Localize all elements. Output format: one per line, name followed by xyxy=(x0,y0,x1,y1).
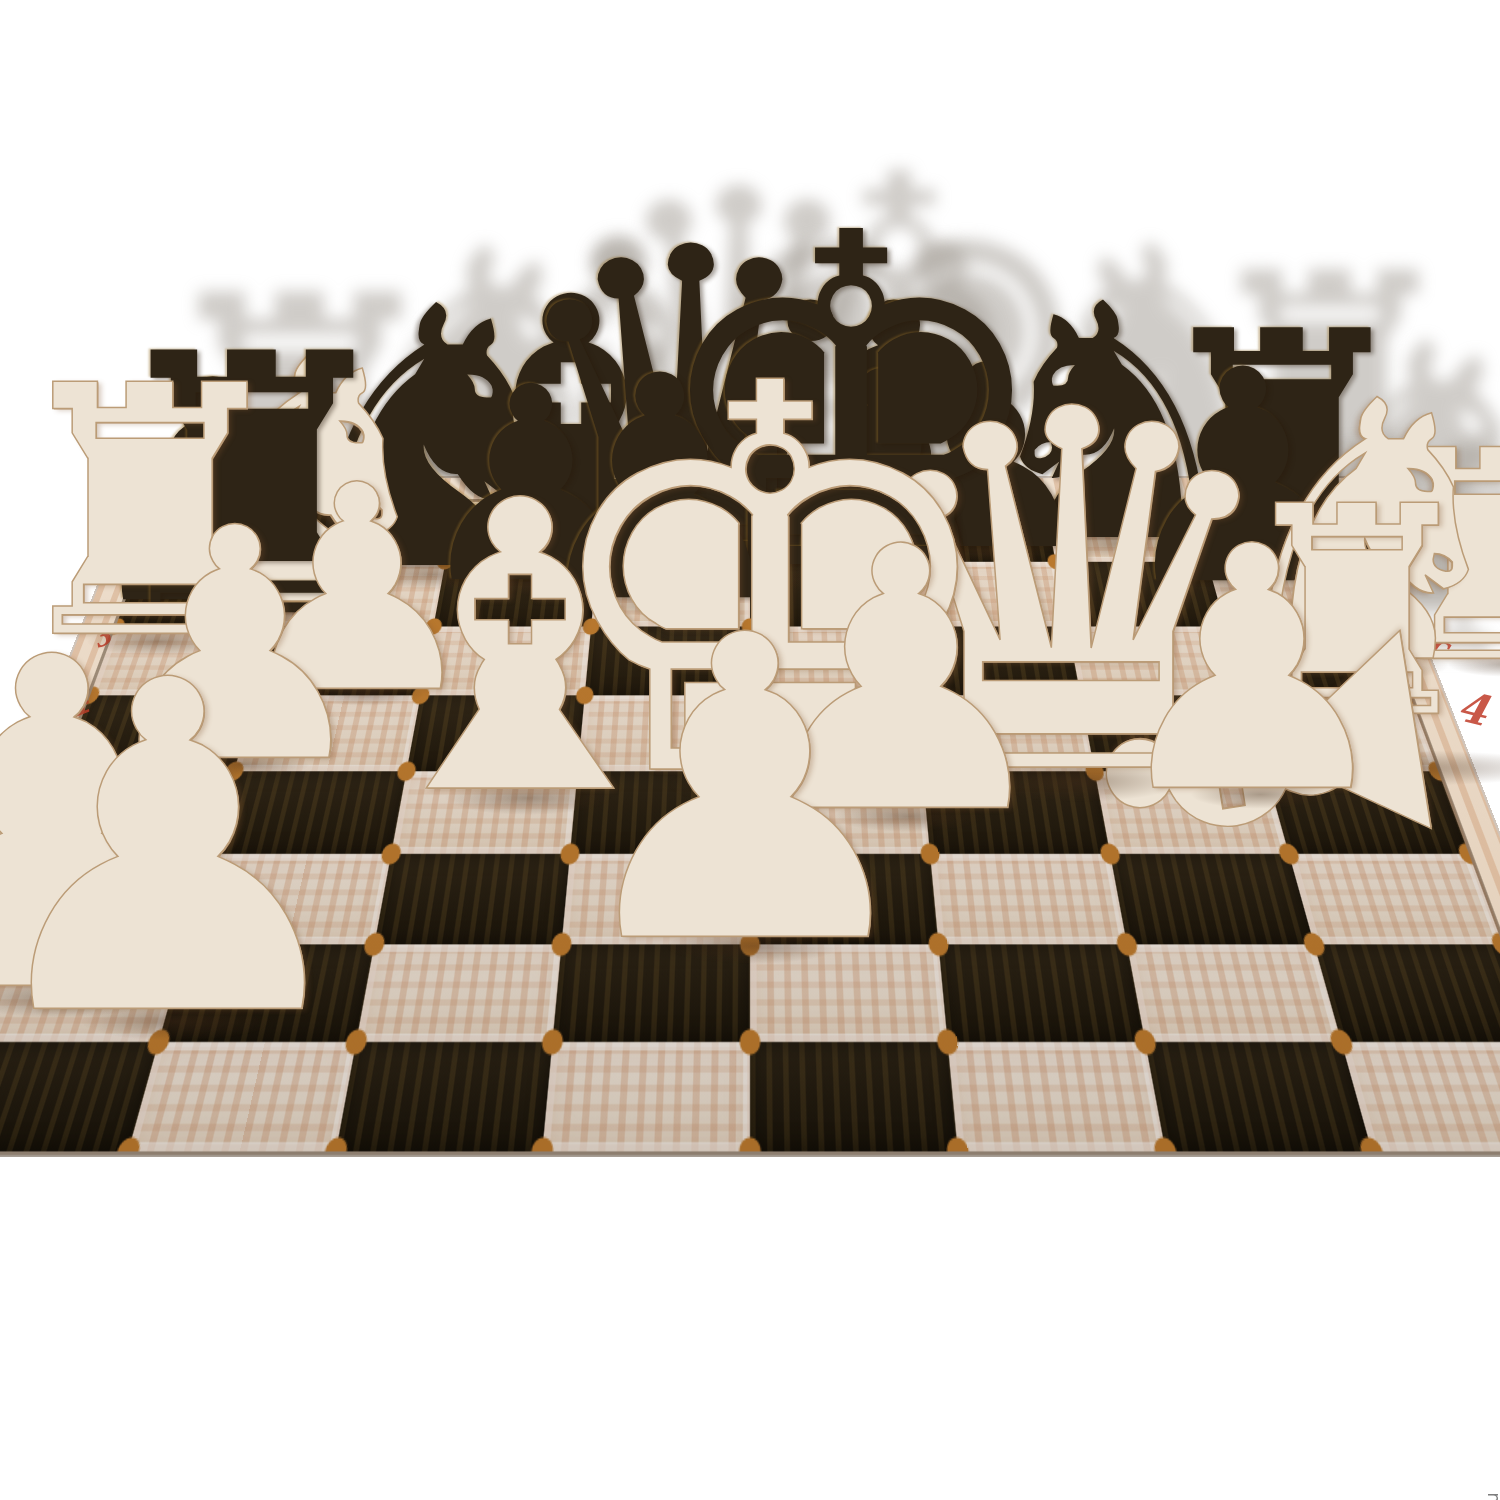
watermark: alevtinab.livemaster.ru xyxy=(1482,1492,1500,1500)
photo-canvas: ♜♞♝♛♚♝♞♜♞♜ 34с4 ♜♟♞♟♝♟♛♟♚♟♝♟♞♟♜♜♞♟♟♝♚♛♟♟… xyxy=(0,0,1500,1500)
white-pawn-g5[interactable]: ♟ xyxy=(1101,543,1402,798)
pieces-layer: ♜♟♞♟♝♟♛♟♚♟♝♟♞♟♜♜♞♟♟♝♚♛♟♟♟♞♜♝♟♟♜ xyxy=(0,0,1500,1500)
white-pawn-d3[interactable]: ♟ xyxy=(557,632,933,950)
white-pawn-b3[interactable]: ♟ xyxy=(0,678,372,1025)
